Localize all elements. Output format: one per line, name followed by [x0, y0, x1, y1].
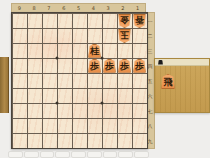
- piece-slot: [8, 151, 23, 158]
- piece-gote-kyo[interactable]: 香: [133, 14, 146, 28]
- bottom-slot-strip: [8, 150, 149, 158]
- piece-glyph: 桂: [90, 47, 99, 56]
- piece-glyph: 歩: [135, 62, 144, 71]
- sente-hand-area: 飛: [155, 67, 209, 112]
- piece-sente-fu[interactable]: 歩: [118, 59, 131, 73]
- piece-glyph: 歩: [105, 62, 114, 71]
- piece-glyph: 玉: [120, 30, 129, 39]
- piece-glyph: 歩: [90, 62, 99, 71]
- piece-slot: [24, 151, 39, 158]
- file-label-6: 6: [56, 4, 71, 12]
- file-label-8: 8: [27, 4, 42, 12]
- file-label-4: 4: [86, 4, 101, 12]
- gote-komadai-edge: [0, 57, 9, 113]
- piece-glyph: 歩: [120, 62, 129, 71]
- piece-sente-fu[interactable]: 歩: [103, 59, 116, 73]
- hoshi-dot: [101, 57, 104, 60]
- file-coordinates: 987654321: [11, 3, 146, 12]
- piece-slot: [134, 151, 149, 158]
- shogi-board[interactable]: 金香玉桂歩歩歩歩: [11, 12, 148, 149]
- file-label-5: 5: [71, 4, 86, 12]
- file-label-2: 2: [115, 4, 130, 12]
- piece-sente-kei[interactable]: 桂: [88, 44, 101, 58]
- shogi-app-screenshot: 987654321 一二三四五六七八九 金香玉桂歩歩歩歩 飛: [0, 0, 210, 158]
- sente-komadai: 飛: [154, 58, 210, 113]
- piece-gote-gyoku[interactable]: 玉: [118, 29, 131, 43]
- sente-piece-icon: [158, 60, 163, 65]
- hoshi-dot: [101, 102, 104, 105]
- piece-sente-fu[interactable]: 歩: [88, 59, 101, 73]
- hand-piece-hisha[interactable]: 飛: [161, 74, 175, 89]
- piece-slot: [87, 151, 102, 158]
- file-label-7: 7: [42, 4, 57, 12]
- piece-sente-fu[interactable]: 歩: [133, 59, 146, 73]
- piece-slot: [55, 151, 70, 158]
- piece-glyph: 金: [120, 15, 129, 24]
- piece-slot: [118, 151, 133, 158]
- piece-gote-kin[interactable]: 金: [118, 14, 131, 28]
- piece-slot: [103, 151, 118, 158]
- piece-glyph: 香: [135, 15, 144, 24]
- piece-slot: [40, 151, 55, 158]
- piece-slot: [71, 151, 86, 158]
- piece-glyph: 飛: [164, 78, 173, 87]
- file-label-1: 1: [130, 4, 145, 12]
- file-label-9: 9: [12, 4, 27, 12]
- hoshi-dot: [56, 102, 59, 105]
- hoshi-dot: [56, 57, 59, 60]
- komadai-header: [155, 59, 209, 66]
- file-label-3: 3: [101, 4, 116, 12]
